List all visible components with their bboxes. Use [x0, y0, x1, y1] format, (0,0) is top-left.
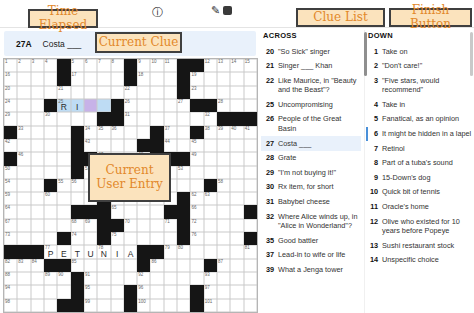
- grid-cell-r17c16[interactable]: 93: [204, 272, 217, 285]
- grid-cell-r18c1[interactable]: 94: [4, 285, 17, 298]
- grid-cell-r19c10[interactable]: [124, 299, 137, 312]
- clue-39A[interactable]: 39What a Jenga tower: [261, 263, 361, 278]
- grid-cell-r18c19[interactable]: [244, 285, 257, 298]
- grid-cell-r11c2[interactable]: [17, 192, 30, 205]
- grid-cell-r18c6[interactable]: [71, 285, 84, 298]
- grid-cell-r10c2[interactable]: [17, 179, 30, 192]
- grid-cell-r2c18[interactable]: [230, 72, 243, 85]
- grid-cell-r19c16[interactable]: 101: [204, 299, 217, 312]
- grid-cell-r5c11[interactable]: [137, 112, 150, 125]
- grid-cell-r17c6[interactable]: [71, 272, 84, 285]
- grid-cell-r3c6[interactable]: [71, 86, 84, 99]
- grid-cell-r15c13[interactable]: 79: [164, 245, 177, 258]
- grid-cell-r5c18[interactable]: [230, 112, 243, 125]
- grid-cell-r5c16[interactable]: 32: [204, 112, 217, 125]
- grid-cell-r17c4[interactable]: 89: [44, 272, 57, 285]
- grid-cell-r19c9[interactable]: [111, 299, 124, 312]
- grid-cell-r12c18[interactable]: [230, 205, 243, 218]
- grid-cell-r3c10[interactable]: 22: [124, 86, 137, 99]
- grid-cell-r1c3[interactable]: 3: [31, 59, 44, 72]
- grid-cell-r8c3[interactable]: [31, 152, 44, 165]
- grid-cell-r12c11[interactable]: [137, 205, 150, 218]
- grid-cell-r6c8[interactable]: 35: [97, 126, 110, 139]
- grid-cell-r14c10[interactable]: [124, 232, 137, 245]
- grid-cell-r8c18[interactable]: [230, 152, 243, 165]
- clue-4D[interactable]: 4Take in: [366, 97, 474, 112]
- grid-cell-r12c2[interactable]: [17, 205, 30, 218]
- grid-cell-r15c14[interactable]: 80: [177, 245, 190, 258]
- clue-27A[interactable]: 27Costa ___: [261, 136, 361, 151]
- grid-cell-r13c14[interactable]: [177, 219, 190, 232]
- grid-cell-r2c4[interactable]: [44, 72, 57, 85]
- grid-cell-r18c11[interactable]: 96: [137, 285, 150, 298]
- grid-cell-r4c10[interactable]: 26: [124, 99, 137, 112]
- grid-cell-r14c9[interactable]: 75: [111, 232, 124, 245]
- grid-cell-r18c10[interactable]: [124, 285, 137, 298]
- clue-37A[interactable]: 37Lead-in to wife or life: [261, 248, 361, 263]
- grid-cell-r1c4[interactable]: 4: [44, 59, 57, 72]
- grid-cell-r16c17[interactable]: 87: [217, 259, 230, 272]
- grid-cell-r6c11[interactable]: [137, 126, 150, 139]
- grid-cell-r9c18[interactable]: [230, 166, 243, 179]
- grid-cell-r7c15[interactable]: 45: [190, 139, 203, 152]
- grid-cell-r1c15[interactable]: [190, 59, 203, 72]
- grid-cell-r16c18[interactable]: [230, 259, 243, 272]
- grid-cell-r4c16[interactable]: [204, 99, 217, 112]
- clue-12D[interactable]: 12Olive who existed for 10 years before …: [366, 214, 474, 238]
- grid-cell-r14c5[interactable]: [57, 232, 70, 245]
- grid-cell-r5c8[interactable]: [97, 112, 110, 125]
- grid-cell-r19c1[interactable]: 98: [4, 299, 17, 312]
- grid-cell-r7c11[interactable]: [137, 139, 150, 152]
- clue-7D[interactable]: 7Retinol: [366, 141, 474, 156]
- grid-cell-r8c16[interactable]: [204, 152, 217, 165]
- grid-cell-r12c4[interactable]: [44, 205, 57, 218]
- grid-cell-r1c18[interactable]: 14: [230, 59, 243, 72]
- grid-cell-r13c4[interactable]: [44, 219, 57, 232]
- grid-cell-r2c1[interactable]: 16: [4, 72, 17, 85]
- grid-cell-r4c1[interactable]: 24: [4, 99, 17, 112]
- grid-cell-r5c13[interactable]: [164, 112, 177, 125]
- grid-cell-r8c15[interactable]: 49: [190, 152, 203, 165]
- grid-cell-r16c16[interactable]: [204, 259, 217, 272]
- grid-cell-r16c1[interactable]: 82: [4, 259, 17, 272]
- grid-cell-r13c6[interactable]: 68: [71, 219, 84, 232]
- grid-cell-r15c17[interactable]: [217, 245, 230, 258]
- grid-cell-r3c9[interactable]: [111, 86, 124, 99]
- grid-cell-r6c5[interactable]: [57, 126, 70, 139]
- grid-cell-r18c12[interactable]: [150, 285, 163, 298]
- grid-cell-r7c9[interactable]: [111, 139, 124, 152]
- grid-cell-r3c14[interactable]: [177, 86, 190, 99]
- grid-cell-r14c12[interactable]: [150, 232, 163, 245]
- grid-cell-r1c9[interactable]: 8: [111, 59, 124, 72]
- grid-cell-r10c4[interactable]: [44, 179, 57, 192]
- grid-cell-r13c11[interactable]: [137, 219, 150, 232]
- grid-cell-r13c9[interactable]: [111, 219, 124, 232]
- grid-cell-r18c5[interactable]: [57, 285, 70, 298]
- grid-cell-r18c17[interactable]: [217, 285, 230, 298]
- grid-cell-r13c5[interactable]: [57, 219, 70, 232]
- grid-cell-r5c3[interactable]: [31, 112, 44, 125]
- grid-cell-r17c15[interactable]: [190, 272, 203, 285]
- clue-31A[interactable]: 31Babybel cheese: [261, 195, 361, 210]
- grid-cell-r6c14[interactable]: [177, 126, 190, 139]
- grid-cell-r4c18[interactable]: [230, 99, 243, 112]
- grid-cell-r19c17[interactable]: [217, 299, 230, 312]
- grid-cell-r3c5[interactable]: 21: [57, 86, 70, 99]
- grid-cell-r10c16[interactable]: [204, 179, 217, 192]
- grid-cell-r14c4[interactable]: [44, 232, 57, 245]
- grid-cell-r17c12[interactable]: [150, 272, 163, 285]
- grid-cell-r11c16[interactable]: 63: [204, 192, 217, 205]
- grid-cell-r17c1[interactable]: 88: [4, 272, 17, 285]
- grid-cell-r6c1[interactable]: [4, 126, 17, 139]
- grid-cell-r7c16[interactable]: [204, 139, 217, 152]
- clue-32A[interactable]: 32Where Alice winds up, in "Alice in Won…: [261, 209, 361, 233]
- grid-cell-r8c2[interactable]: 46: [17, 152, 30, 165]
- grid-cell-r16c9[interactable]: [111, 259, 124, 272]
- grid-cell-r4c6[interactable]: I: [71, 99, 84, 112]
- grid-cell-r17c10[interactable]: [124, 272, 137, 285]
- grid-cell-r14c7[interactable]: [84, 232, 97, 245]
- grid-cell-r14c13[interactable]: [164, 232, 177, 245]
- grid-cell-r16c4[interactable]: [44, 259, 57, 272]
- grid-cell-r2c9[interactable]: [111, 72, 124, 85]
- grid-cell-r9c19[interactable]: [244, 166, 257, 179]
- grid-cell-r8c19[interactable]: [244, 152, 257, 165]
- grid-cell-r10c5[interactable]: 55: [57, 179, 70, 192]
- grid-cell-r15c9[interactable]: I: [111, 245, 124, 258]
- grid-cell-r18c18[interactable]: [230, 285, 243, 298]
- grid-cell-r19c6[interactable]: [71, 299, 84, 312]
- grid-cell-r3c7[interactable]: [84, 86, 97, 99]
- grid-cell-r9c3[interactable]: [31, 166, 44, 179]
- grid-cell-r17c7[interactable]: 91: [84, 272, 97, 285]
- grid-cell-r17c2[interactable]: [17, 272, 30, 285]
- grid-cell-r12c17[interactable]: [217, 205, 230, 218]
- pencil-icon[interactable]: ✎: [211, 4, 220, 17]
- grid-cell-r15c18[interactable]: [230, 245, 243, 258]
- clue-6D[interactable]: 6It might be hidden in a lapel: [366, 127, 474, 142]
- grid-cell-r19c4[interactable]: [44, 299, 57, 312]
- grid-cell-r3c13[interactable]: [164, 86, 177, 99]
- grid-cell-r18c4[interactable]: [44, 285, 57, 298]
- grid-cell-r7c2[interactable]: [17, 139, 30, 152]
- grid-cell-r7c14[interactable]: [177, 139, 190, 152]
- grid-cell-r6c13[interactable]: 37: [164, 126, 177, 139]
- grid-cell-r15c4[interactable]: 77P: [44, 245, 57, 258]
- grid-cell-r15c15[interactable]: [190, 245, 203, 258]
- grid-cell-r13c17[interactable]: [217, 219, 230, 232]
- grid-cell-r8c17[interactable]: [217, 152, 230, 165]
- grid-cell-r7c18[interactable]: [230, 139, 243, 152]
- grid-cell-r5c17[interactable]: [217, 112, 230, 125]
- grid-cell-r13c18[interactable]: [230, 219, 243, 232]
- grid-cell-r1c1[interactable]: 1: [4, 59, 17, 72]
- grid-cell-r2c17[interactable]: [217, 72, 230, 85]
- grid-cell-r6c15[interactable]: [190, 126, 203, 139]
- grid-cell-r2c7[interactable]: [84, 72, 97, 85]
- grid-cell-r7c1[interactable]: 42: [4, 139, 17, 152]
- grid-cell-r1c7[interactable]: 6: [84, 59, 97, 72]
- grid-cell-r4c19[interactable]: [244, 99, 257, 112]
- grid-cell-r18c16[interactable]: 97: [204, 285, 217, 298]
- grid-cell-r13c1[interactable]: 67: [4, 219, 17, 232]
- grid-cell-r19c3[interactable]: [31, 299, 44, 312]
- grid-cell-r1c8[interactable]: 7: [97, 59, 110, 72]
- grid-cell-r12c5[interactable]: [57, 205, 70, 218]
- grid-cell-r11c6[interactable]: [71, 192, 84, 205]
- grid-cell-r8c6[interactable]: [71, 152, 84, 165]
- grid-cell-r9c2[interactable]: [17, 166, 30, 179]
- across-scrollbar[interactable]: [364, 32, 367, 76]
- grid-cell-r10c19[interactable]: [244, 179, 257, 192]
- grid-cell-r2c3[interactable]: [31, 72, 44, 85]
- grid-cell-r9c16[interactable]: [204, 166, 217, 179]
- grid-cell-r19c12[interactable]: [150, 299, 163, 312]
- clue-2D[interactable]: 2"Don't care!": [366, 59, 474, 74]
- grid-cell-r10c18[interactable]: [230, 179, 243, 192]
- grid-cell-r18c13[interactable]: [164, 285, 177, 298]
- grid-cell-r15c5[interactable]: E: [57, 245, 70, 258]
- grid-cell-r1c17[interactable]: 13: [217, 59, 230, 72]
- grid-cell-r4c5[interactable]: 25R: [57, 99, 70, 112]
- grid-cell-r12c7[interactable]: [84, 205, 97, 218]
- grid-cell-r1c5[interactable]: [57, 59, 70, 72]
- grid-cell-r15c19[interactable]: 81: [244, 245, 257, 258]
- pencil-toggle-icon[interactable]: [223, 6, 232, 15]
- grid-cell-r14c8[interactable]: [97, 232, 110, 245]
- grid-cell-r1c11[interactable]: 9: [137, 59, 150, 72]
- grid-cell-r11c15[interactable]: 62: [190, 192, 203, 205]
- grid-cell-r5c19[interactable]: [244, 112, 257, 125]
- grid-cell-r8c14[interactable]: [177, 152, 190, 165]
- grid-cell-r4c2[interactable]: [17, 99, 30, 112]
- grid-cell-r19c18[interactable]: [230, 299, 243, 312]
- grid-cell-r1c13[interactable]: 11: [164, 59, 177, 72]
- clue-22A[interactable]: 22Like Maurice, in "Beauty and the Beast…: [261, 73, 361, 97]
- grid-cell-r13c10[interactable]: 70: [124, 219, 137, 232]
- grid-cell-r17c14[interactable]: [177, 272, 190, 285]
- grid-cell-r17c9[interactable]: [111, 272, 124, 285]
- grid-cell-r18c2[interactable]: [17, 285, 30, 298]
- grid-cell-r19c13[interactable]: [164, 299, 177, 312]
- grid-cell-r5c7[interactable]: [84, 112, 97, 125]
- grid-cell-r14c19[interactable]: [244, 232, 257, 245]
- grid-cell-r4c4[interactable]: [44, 99, 57, 112]
- grid-cell-r4c15[interactable]: [190, 99, 203, 112]
- grid-cell-r16c10[interactable]: [124, 259, 137, 272]
- grid-cell-r19c19[interactable]: [244, 299, 257, 312]
- grid-cell-r11c1[interactable]: 59: [4, 192, 17, 205]
- grid-cell-r7c8[interactable]: [97, 139, 110, 152]
- grid-cell-r11c17[interactable]: [217, 192, 230, 205]
- grid-cell-r2c19[interactable]: [244, 72, 257, 85]
- clue-35A[interactable]: 35Good battler: [261, 233, 361, 248]
- grid-cell-r9c5[interactable]: [57, 166, 70, 179]
- grid-cell-r5c1[interactable]: 29: [4, 112, 17, 125]
- grid-cell-r1c2[interactable]: 2: [17, 59, 30, 72]
- grid-cell-r5c4[interactable]: 30: [44, 112, 57, 125]
- grid-cell-r14c2[interactable]: [17, 232, 30, 245]
- grid-cell-r4c12[interactable]: [150, 99, 163, 112]
- grid-cell-r12c14[interactable]: [177, 205, 190, 218]
- grid-cell-r3c4[interactable]: [44, 86, 57, 99]
- grid-cell-r19c14[interactable]: [177, 299, 190, 312]
- grid-cell-r7c3[interactable]: [31, 139, 44, 152]
- grid-cell-r1c6[interactable]: 5: [71, 59, 84, 72]
- grid-cell-r18c3[interactable]: [31, 285, 44, 298]
- grid-cell-r2c5[interactable]: [57, 72, 70, 85]
- grid-cell-r11c5[interactable]: [57, 192, 70, 205]
- grid-cell-r5c12[interactable]: [150, 112, 163, 125]
- grid-cell-r14c3[interactable]: [31, 232, 44, 245]
- grid-cell-r3c2[interactable]: [17, 86, 30, 99]
- grid-cell-r19c11[interactable]: 100: [137, 299, 150, 312]
- grid-cell-r15c16[interactable]: [204, 245, 217, 258]
- grid-cell-r16c6[interactable]: 85: [71, 259, 84, 272]
- clue-30A[interactable]: 30Rx item, for short: [261, 180, 361, 195]
- grid-cell-r2c14[interactable]: [177, 72, 190, 85]
- grid-cell-r16c7[interactable]: [84, 259, 97, 272]
- grid-cell-r10c6[interactable]: 56: [71, 179, 84, 192]
- grid-cell-r12c1[interactable]: 64: [4, 205, 17, 218]
- grid-cell-r3c8[interactable]: [97, 86, 110, 99]
- grid-cell-r1c19[interactable]: 15: [244, 59, 257, 72]
- grid-cell-r15c2[interactable]: [17, 245, 30, 258]
- grid-cell-r2c11[interactable]: 18: [137, 72, 150, 85]
- grid-cell-r10c15[interactable]: [190, 179, 203, 192]
- grid-cell-r6c3[interactable]: [31, 126, 44, 139]
- clue-13D[interactable]: 13Sushi restaurant stock: [366, 238, 474, 253]
- clue-14D[interactable]: 14Unspecific choice: [366, 253, 474, 268]
- grid-cell-r17c11[interactable]: 92: [137, 272, 150, 285]
- grid-cell-r2c8[interactable]: [97, 72, 110, 85]
- grid-cell-r16c2[interactable]: 83: [17, 259, 30, 272]
- grid-cell-r7c10[interactable]: [124, 139, 137, 152]
- grid-cell-r10c1[interactable]: 54: [4, 179, 17, 192]
- grid-cell-r6c17[interactable]: 39: [217, 126, 230, 139]
- grid-cell-r17c19[interactable]: [244, 272, 257, 285]
- grid-cell-r7c17[interactable]: [217, 139, 230, 152]
- grid-cell-r3c15[interactable]: 23: [190, 86, 203, 99]
- grid-cell-r4c9[interactable]: [111, 99, 124, 112]
- grid-cell-r5c6[interactable]: [71, 112, 84, 125]
- clue-11D[interactable]: 11Oracle's home: [366, 200, 474, 215]
- clue-20A[interactable]: 20"So Sick" singer: [261, 44, 361, 59]
- grid-cell-r15c3[interactable]: [31, 245, 44, 258]
- grid-cell-r10c3[interactable]: [31, 179, 44, 192]
- grid-cell-r19c5[interactable]: [57, 299, 70, 312]
- grid-cell-r13c13[interactable]: 71: [164, 219, 177, 232]
- grid-cell-r3c1[interactable]: 20: [4, 86, 17, 99]
- grid-cell-r16c15[interactable]: [190, 259, 203, 272]
- clue-29A[interactable]: 29"I'm not buying it!": [261, 165, 361, 180]
- grid-cell-r1c14[interactable]: [177, 59, 190, 72]
- grid-cell-r16c14[interactable]: [177, 259, 190, 272]
- grid-cell-r14c11[interactable]: [137, 232, 150, 245]
- clue-25A[interactable]: 25Uncompromising: [261, 97, 361, 112]
- clue-10D[interactable]: 10Quick bit of tennis: [366, 185, 474, 200]
- down-scrollbar[interactable]: [470, 32, 473, 76]
- grid-cell-r13c3[interactable]: [31, 219, 44, 232]
- grid-cell-r14c1[interactable]: 73: [4, 232, 17, 245]
- grid-cell-r3c11[interactable]: [137, 86, 150, 99]
- grid-cell-r13c8[interactable]: [97, 219, 110, 232]
- grid-cell-r18c14[interactable]: [177, 285, 190, 298]
- grid-cell-r4c17[interactable]: 28: [217, 99, 230, 112]
- grid-cell-r12c9[interactable]: 65: [111, 205, 124, 218]
- grid-cell-r3c16[interactable]: [204, 86, 217, 99]
- grid-cell-r3c19[interactable]: [244, 86, 257, 99]
- grid-cell-r2c2[interactable]: [17, 72, 30, 85]
- grid-cell-r13c15[interactable]: 72: [190, 219, 203, 232]
- clue-9D[interactable]: 915-Down's dog: [366, 170, 474, 185]
- grid-cell-r16c19[interactable]: [244, 259, 257, 272]
- grid-cell-r11c4[interactable]: 60: [44, 192, 57, 205]
- grid-cell-r5c10[interactable]: 31: [124, 112, 137, 125]
- grid-cell-r15c1[interactable]: [4, 245, 17, 258]
- grid-cell-r9c4[interactable]: [44, 166, 57, 179]
- grid-cell-r5c2[interactable]: [17, 112, 30, 125]
- grid-cell-r5c14[interactable]: [177, 112, 190, 125]
- clue-5D[interactable]: 5Fanatical, as an opinion: [366, 112, 474, 127]
- grid-cell-r4c3[interactable]: [31, 99, 44, 112]
- grid-cell-r15c11[interactable]: [137, 245, 150, 258]
- clue-21A[interactable]: 21Singer ___ Khan: [261, 59, 361, 74]
- grid-cell-r2c10[interactable]: [124, 72, 137, 85]
- grid-cell-r15c10[interactable]: A: [124, 245, 137, 258]
- grid-cell-r3c17[interactable]: [217, 86, 230, 99]
- grid-cell-r7c7[interactable]: 43: [84, 139, 97, 152]
- grid-cell-r16c11[interactable]: [137, 259, 150, 272]
- grid-cell-r11c14[interactable]: [177, 192, 190, 205]
- grid-cell-r17c13[interactable]: [164, 272, 177, 285]
- grid-cell-r19c15[interactable]: [190, 299, 203, 312]
- grid-cell-r4c14[interactable]: 27: [177, 99, 190, 112]
- grid-cell-r16c12[interactable]: 86: [150, 259, 163, 272]
- grid-cell-r2c15[interactable]: 19: [190, 72, 203, 85]
- grid-cell-r12c8[interactable]: [97, 205, 110, 218]
- grid-cell-r2c16[interactable]: [204, 72, 217, 85]
- grid-cell-r11c19[interactable]: [244, 192, 257, 205]
- grid-cell-r18c9[interactable]: [111, 285, 124, 298]
- grid-cell-r12c15[interactable]: 66: [190, 205, 203, 218]
- grid-cell-r4c11[interactable]: [137, 99, 150, 112]
- grid-cell-r6c18[interactable]: 40: [230, 126, 243, 139]
- grid-cell-r16c8[interactable]: [97, 259, 110, 272]
- grid-cell-r3c3[interactable]: [31, 86, 44, 99]
- grid-cell-r6c12[interactable]: [150, 126, 163, 139]
- grid-cell-r13c19[interactable]: [244, 219, 257, 232]
- grid-cell-r8c1[interactable]: [4, 152, 17, 165]
- grid-cell-r5c9[interactable]: [111, 112, 124, 125]
- grid-cell-r5c5[interactable]: [57, 112, 70, 125]
- grid-cell-r11c3[interactable]: [31, 192, 44, 205]
- grid-cell-r7c6[interactable]: [71, 139, 84, 152]
- grid-cell-r17c3[interactable]: [31, 272, 44, 285]
- grid-cell-r6c9[interactable]: 36: [111, 126, 124, 139]
- grid-cell-r13c2[interactable]: [17, 219, 30, 232]
- grid-cell-r3c12[interactable]: [150, 86, 163, 99]
- grid-cell-r15c7[interactable]: U: [84, 245, 97, 258]
- grid-cell-r12c12[interactable]: [150, 205, 163, 218]
- grid-cell-r12c6[interactable]: [71, 205, 84, 218]
- grid-cell-r7c4[interactable]: [44, 139, 57, 152]
- grid-cell-r15c8[interactable]: 78N: [97, 245, 110, 258]
- grid-cell-r16c5[interactable]: [57, 259, 70, 272]
